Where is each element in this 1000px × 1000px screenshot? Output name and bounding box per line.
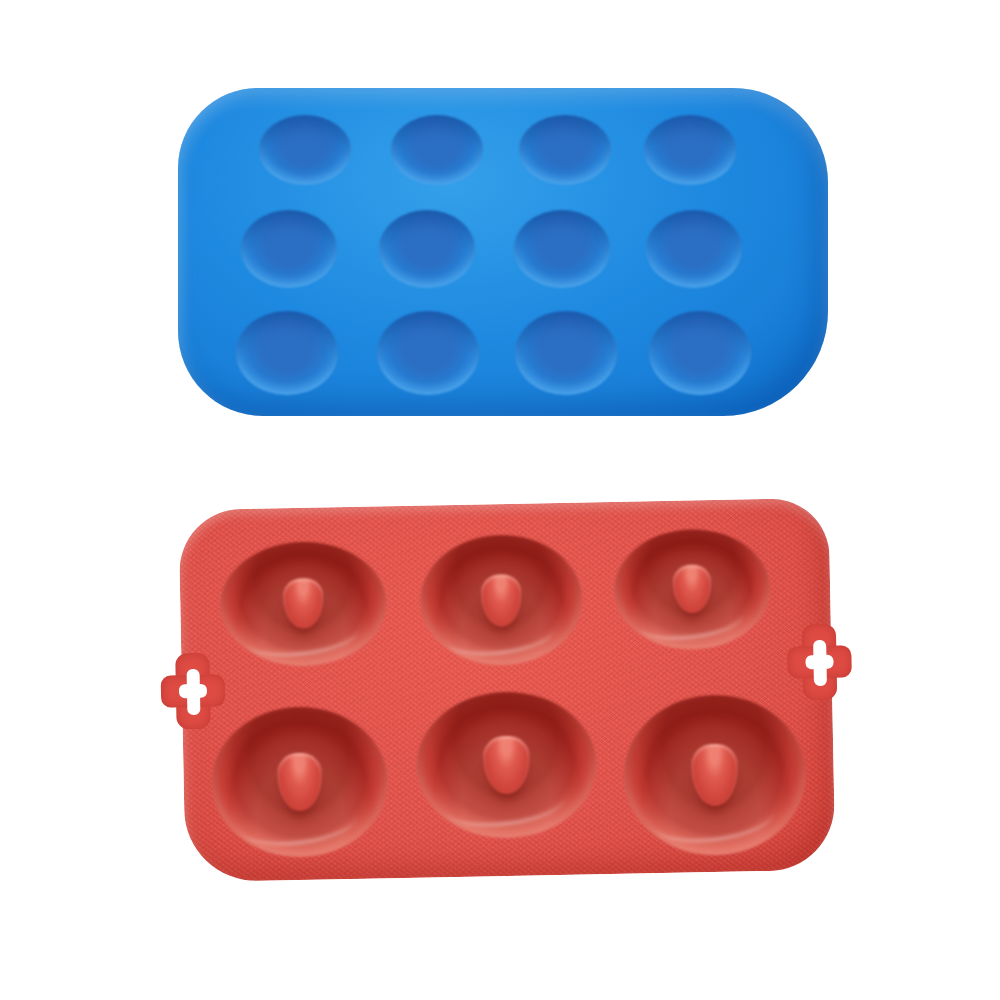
red-donut-mold	[178, 498, 835, 882]
tab-hole	[805, 655, 833, 670]
donut-cavity	[622, 693, 807, 856]
muffin-cavity	[644, 115, 736, 185]
donut-center-post	[277, 753, 322, 812]
muffin-cavity	[391, 115, 483, 185]
hanging-tab-left	[160, 652, 225, 729]
muffin-cavity	[646, 210, 742, 288]
donut-center-post	[283, 578, 324, 629]
muffin-cavity	[259, 115, 351, 185]
muffin-cavity	[514, 210, 610, 288]
tab-hole	[179, 684, 207, 699]
donut-center-post	[691, 744, 738, 807]
donut-cavity	[210, 705, 389, 858]
donut-cavity	[613, 528, 771, 651]
muffin-cavity	[519, 115, 611, 185]
hanging-tab-right	[787, 623, 852, 700]
muffin-cavity	[236, 311, 338, 395]
donut-cavity	[419, 534, 583, 667]
muffin-cavity	[515, 311, 617, 395]
muffin-cavity	[377, 311, 479, 395]
product-photo	[0, 0, 1000, 1000]
donut-center-post	[483, 736, 530, 795]
blue-muffin-mold	[178, 88, 828, 416]
donut-center-post	[481, 574, 522, 627]
donut-cavity	[415, 690, 598, 839]
muffin-cavity	[379, 210, 475, 288]
donut-center-post	[673, 565, 712, 614]
muffin-cavity	[649, 311, 751, 395]
muffin-cavity	[241, 210, 337, 288]
donut-cavity	[219, 540, 387, 667]
